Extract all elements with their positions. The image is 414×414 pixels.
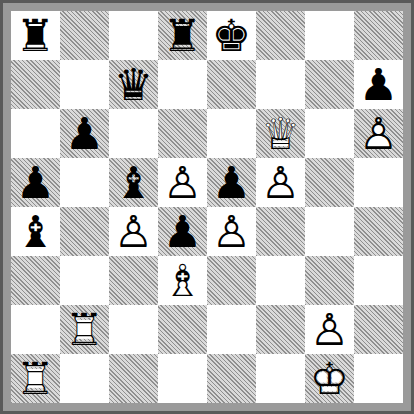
square-f7[interactable]	[256, 60, 305, 109]
piece-white-pawn[interactable]: ♟♙	[207, 207, 256, 256]
square-e5[interactable]: ♟	[207, 158, 256, 207]
square-c2[interactable]	[109, 305, 158, 354]
square-a4[interactable]: ♝	[11, 207, 60, 256]
piece-white-pawn[interactable]: ♟♙	[158, 158, 207, 207]
square-d5[interactable]: ♟♙	[158, 158, 207, 207]
piece-white-pawn[interactable]: ♟♙	[354, 109, 403, 158]
square-h7[interactable]: ♟	[354, 60, 403, 109]
square-f2[interactable]	[256, 305, 305, 354]
square-c5[interactable]: ♝	[109, 158, 158, 207]
square-g3[interactable]	[305, 256, 354, 305]
piece-black-pawn[interactable]: ♟	[354, 60, 403, 109]
piece-black-king[interactable]: ♚	[207, 11, 256, 60]
square-f4[interactable]	[256, 207, 305, 256]
piece-outline: ♕	[261, 112, 300, 156]
square-b4[interactable]	[60, 207, 109, 256]
square-a8[interactable]: ♜	[11, 11, 60, 60]
square-c3[interactable]	[109, 256, 158, 305]
square-e1[interactable]	[207, 354, 256, 403]
piece-outline: ♙	[212, 210, 251, 254]
square-d8[interactable]: ♜	[158, 11, 207, 60]
piece-outline: ♔	[310, 357, 349, 401]
piece-black-pawn[interactable]: ♟	[11, 158, 60, 207]
square-h5[interactable]	[354, 158, 403, 207]
piece-white-queen[interactable]: ♛♕	[256, 109, 305, 158]
square-a3[interactable]	[11, 256, 60, 305]
square-d1[interactable]	[158, 354, 207, 403]
chess-board: ♜♜♚♛♟♟♛♕♟♙♟♝♟♙♟♟♙♝♟♙♟♟♙♝♗♜♖♟♙♜♖♚♔	[11, 11, 403, 403]
piece-white-bishop[interactable]: ♝♗	[158, 256, 207, 305]
square-h2[interactable]	[354, 305, 403, 354]
square-d6[interactable]	[158, 109, 207, 158]
square-c6[interactable]	[109, 109, 158, 158]
piece-outline: ♖	[65, 308, 104, 352]
piece-outline: ♙	[114, 210, 153, 254]
square-e2[interactable]	[207, 305, 256, 354]
square-f8[interactable]	[256, 11, 305, 60]
piece-outline: ♖	[16, 357, 55, 401]
square-a7[interactable]	[11, 60, 60, 109]
piece-white-king[interactable]: ♚♔	[305, 354, 354, 403]
square-f1[interactable]	[256, 354, 305, 403]
square-d7[interactable]	[158, 60, 207, 109]
piece-black-rook[interactable]: ♜	[11, 11, 60, 60]
square-b1[interactable]	[60, 354, 109, 403]
square-b2[interactable]: ♜♖	[60, 305, 109, 354]
piece-black-pawn[interactable]: ♟	[60, 109, 109, 158]
square-h4[interactable]	[354, 207, 403, 256]
square-b6[interactable]: ♟	[60, 109, 109, 158]
square-b7[interactable]	[60, 60, 109, 109]
square-h6[interactable]: ♟♙	[354, 109, 403, 158]
piece-white-pawn[interactable]: ♟♙	[256, 158, 305, 207]
square-c7[interactable]: ♛	[109, 60, 158, 109]
square-h8[interactable]	[354, 11, 403, 60]
piece-black-bishop[interactable]: ♝	[109, 158, 158, 207]
square-e8[interactable]: ♚	[207, 11, 256, 60]
square-h1[interactable]	[354, 354, 403, 403]
square-g8[interactable]	[305, 11, 354, 60]
square-f5[interactable]: ♟♙	[256, 158, 305, 207]
piece-outline: ♙	[261, 161, 300, 205]
board-frame: ♜♜♚♛♟♟♛♕♟♙♟♝♟♙♟♟♙♝♟♙♟♟♙♝♗♜♖♟♙♜♖♚♔	[0, 0, 414, 414]
square-c1[interactable]	[109, 354, 158, 403]
square-e4[interactable]: ♟♙	[207, 207, 256, 256]
piece-outline: ♙	[163, 161, 202, 205]
square-a1[interactable]: ♜♖	[11, 354, 60, 403]
piece-black-rook[interactable]: ♜	[158, 11, 207, 60]
square-c4[interactable]: ♟♙	[109, 207, 158, 256]
piece-black-queen[interactable]: ♛	[109, 60, 158, 109]
square-g1[interactable]: ♚♔	[305, 354, 354, 403]
square-f3[interactable]	[256, 256, 305, 305]
square-g2[interactable]: ♟♙	[305, 305, 354, 354]
square-e6[interactable]	[207, 109, 256, 158]
square-a6[interactable]	[11, 109, 60, 158]
square-d3[interactable]: ♝♗	[158, 256, 207, 305]
square-g7[interactable]	[305, 60, 354, 109]
square-e3[interactable]	[207, 256, 256, 305]
piece-black-bishop[interactable]: ♝	[11, 207, 60, 256]
square-g4[interactable]	[305, 207, 354, 256]
square-h3[interactable]	[354, 256, 403, 305]
square-g5[interactable]	[305, 158, 354, 207]
square-f6[interactable]: ♛♕	[256, 109, 305, 158]
square-g6[interactable]	[305, 109, 354, 158]
piece-outline: ♗	[163, 259, 202, 303]
square-e7[interactable]	[207, 60, 256, 109]
piece-white-rook[interactable]: ♜♖	[11, 354, 60, 403]
piece-outline: ♙	[359, 112, 398, 156]
piece-white-pawn[interactable]: ♟♙	[109, 207, 158, 256]
square-b5[interactable]	[60, 158, 109, 207]
square-a5[interactable]: ♟	[11, 158, 60, 207]
piece-white-pawn[interactable]: ♟♙	[305, 305, 354, 354]
square-d4[interactable]: ♟	[158, 207, 207, 256]
piece-black-pawn[interactable]: ♟	[207, 158, 256, 207]
square-b3[interactable]	[60, 256, 109, 305]
square-a2[interactable]	[11, 305, 60, 354]
piece-outline: ♙	[310, 308, 349, 352]
piece-white-rook[interactable]: ♜♖	[60, 305, 109, 354]
piece-black-pawn[interactable]: ♟	[158, 207, 207, 256]
square-c8[interactable]	[109, 11, 158, 60]
square-b8[interactable]	[60, 11, 109, 60]
square-d2[interactable]	[158, 305, 207, 354]
